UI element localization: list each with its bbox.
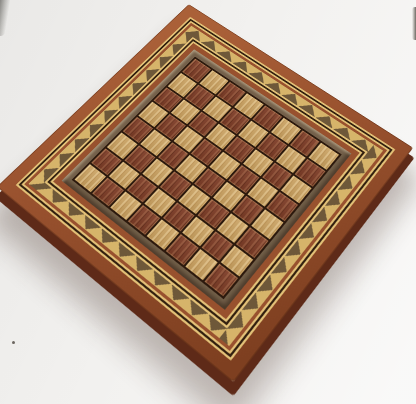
mahogany-inner-band bbox=[53, 43, 360, 319]
pinstripe-inner-cream bbox=[44, 37, 368, 329]
pinstripe-outer-dark bbox=[18, 19, 392, 358]
pinstripe-outer-cream bbox=[16, 17, 396, 361]
dust-speck bbox=[12, 341, 15, 344]
triangle-inlay-band bbox=[29, 26, 383, 346]
pinstripe-outer-cream-2 bbox=[21, 21, 390, 354]
background-object-edge bbox=[0, 0, 11, 37]
triangle-band-inner-area bbox=[44, 37, 368, 329]
chessboard[interactable] bbox=[0, 4, 413, 382]
background-object-right-edge bbox=[412, 7, 416, 40]
board-outer-mahogany-margin bbox=[0, 4, 413, 382]
pinstripe-inner-cream-2 bbox=[50, 41, 362, 322]
photo-background bbox=[0, 0, 416, 404]
walnut-inner-frame bbox=[62, 49, 352, 310]
playing-grid[interactable] bbox=[72, 57, 342, 300]
pinstripe-inner-dark bbox=[47, 39, 365, 325]
mahogany-gap-band bbox=[24, 23, 387, 351]
